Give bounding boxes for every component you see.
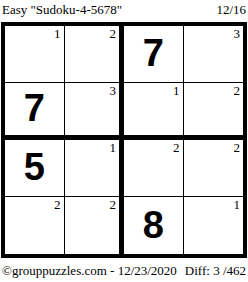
cell-corner-number: 2: [234, 140, 241, 155]
cell-corner-number: 1: [234, 197, 241, 212]
cell-corner-number: 2: [110, 26, 117, 41]
cell-r4c4[interactable]: 1: [184, 197, 244, 254]
cell-r4c2[interactable]: 2: [65, 197, 125, 254]
cell-corner-number: 1: [54, 26, 61, 41]
cell-corner-number: 2: [110, 197, 117, 212]
cell-r3c2[interactable]: 1: [65, 140, 125, 197]
cell-corner-number: 3: [110, 83, 117, 98]
cell-r1c4[interactable]: 3: [184, 26, 244, 83]
cell-r1c2[interactable]: 2: [65, 26, 125, 83]
cell-r2c4[interactable]: 2: [184, 83, 244, 140]
header: Easy "Sudoku-4-5678" 12/16: [0, 0, 248, 22]
cell-digit: 7: [24, 89, 45, 127]
cell-r2c3[interactable]: 1: [124, 83, 184, 140]
cell-r2c1[interactable]: 7: [5, 83, 65, 140]
copyright-text: ©grouppuzzles.com - 12/23/2020: [2, 263, 177, 278]
cell-corner-number: 3: [234, 26, 241, 41]
cell-digit: 8: [143, 206, 164, 244]
cell-r3c3[interactable]: 2: [124, 140, 184, 197]
puzzle-page: Easy "Sudoku-4-5678" 12/16 1 2 7 3 7 3: [0, 0, 248, 282]
cell-r4c1[interactable]: 2: [5, 197, 65, 254]
cell-digit: 5: [24, 148, 45, 186]
puzzle-title: Easy "Sudoku-4-5678": [2, 2, 122, 17]
cell-corner-number: 1: [110, 140, 117, 155]
cell-r2c2[interactable]: 3: [65, 83, 125, 140]
footer: ©grouppuzzles.com - 12/23/2020 Diff: 3 /…: [0, 258, 248, 278]
cell-r1c3[interactable]: 7: [124, 26, 184, 83]
cell-corner-number: 2: [173, 140, 180, 155]
cell-corner-number: 2: [54, 197, 61, 212]
cell-corner-number: 1: [173, 83, 180, 98]
cell-corner-number: 2: [234, 83, 241, 98]
sudoku-board: 1 2 7 3 7 3 1 2: [1, 22, 247, 258]
difficulty-text: Diff: 3 /462: [185, 263, 246, 278]
cell-r1c1[interactable]: 1: [5, 26, 65, 83]
cell-r3c4[interactable]: 2: [184, 140, 244, 197]
page-number: 12/16: [216, 2, 246, 17]
cell-digit: 7: [143, 34, 164, 72]
cell-r4c3[interactable]: 8: [124, 197, 184, 254]
cell-r3c1[interactable]: 5: [5, 140, 65, 197]
